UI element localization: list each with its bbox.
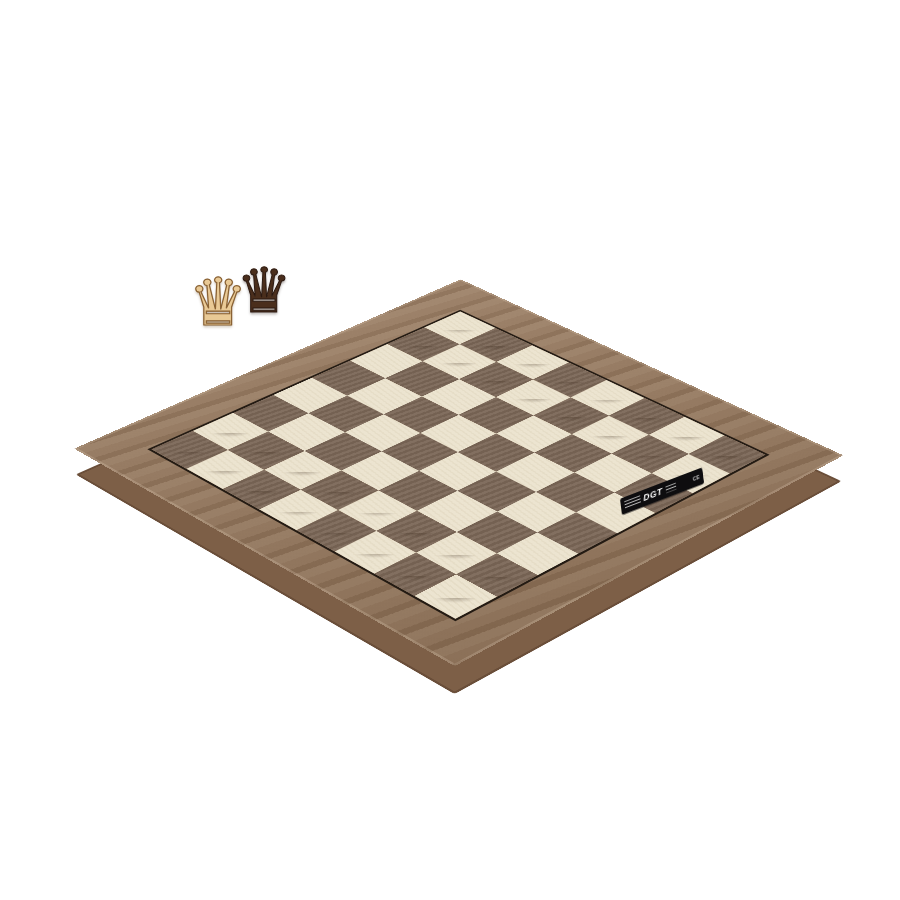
label-fineprint-lines-2 [665, 483, 676, 493]
spare-white-queen: ♛ [173, 270, 263, 336]
black-rook-glyph: ♜ [433, 270, 486, 330]
black-rook-glyph: ♜ [698, 392, 755, 456]
black-king-glyph: ♚ [574, 324, 642, 400]
black-knight-glyph: ♞ [654, 366, 718, 437]
white-queen-glyph: ♛ [188, 270, 247, 336]
perspective-wrapper: ♜♞♝♛♚♝♞♜♟♟♟♟♟♟♟♟♟♟♟♟♟♟♟♟♜♞♝♛♚♝♞♜ [0, 0, 900, 900]
black-queen-glyph: ♛ [538, 311, 602, 382]
black-knight-glyph: ♞ [465, 279, 526, 347]
ce-mark: CE [693, 474, 700, 483]
black-bishop-glyph: ♝ [502, 297, 562, 363]
playfield: ♜♞♝♛♚♝♞♜♟♟♟♟♟♟♟♟♟♟♟♟♟♟♟♟♜♞♝♛♚♝♞♜ [147, 310, 769, 622]
label-fineprint-lines [624, 495, 641, 509]
square-c4 [344, 414, 420, 451]
white-rook-glyph: ♜ [161, 388, 218, 452]
white-pawn-glyph: ♟ [315, 437, 364, 492]
black-bishop-glyph: ♝ [616, 350, 678, 419]
product-photo-scene: ♜♞♝♛♚♝♞♜♟♟♟♟♟♟♟♟♟♟♟♟♟♟♟♟♜♞♝♛♚♝♞♜ ♛ ♛ DGT… [0, 0, 900, 900]
